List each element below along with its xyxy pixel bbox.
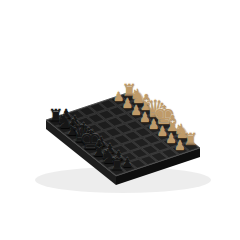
chess-board bbox=[0, 0, 240, 240]
chess-piece-wood-pawn[interactable]: ♟ bbox=[174, 138, 186, 151]
chess-piece-black-rook[interactable]: ♜ bbox=[109, 156, 124, 173]
chess-set-product-photo: ♜♟♞♟♝♟♟♛♜♟♟♚♞♟♟♝♝♟♟♞♛♟♟♜♚♟♟♝♟♞♟♜ bbox=[0, 0, 240, 240]
